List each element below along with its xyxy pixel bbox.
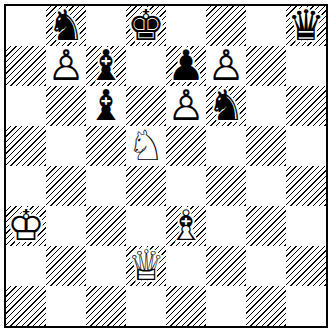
black-knight-icon: ♞ — [206, 86, 246, 126]
square-c1[interactable] — [86, 286, 126, 326]
square-f3[interactable] — [206, 206, 246, 246]
square-e7[interactable]: ♟♟ — [166, 46, 206, 86]
square-d2[interactable]: ♛♕ — [126, 246, 166, 286]
square-h1[interactable] — [286, 286, 326, 326]
square-a2[interactable] — [6, 246, 46, 286]
white-pawn-icon: ♙ — [166, 86, 206, 126]
square-h8[interactable]: ♛♛ — [286, 6, 326, 46]
black-queen-icon: ♛ — [286, 6, 326, 46]
white-pawn-f7[interactable]: ♟♙ — [206, 46, 246, 86]
square-f6[interactable]: ♞♞ — [206, 86, 246, 126]
square-g1[interactable] — [246, 286, 286, 326]
square-h3[interactable] — [286, 206, 326, 246]
square-f5[interactable] — [206, 126, 246, 166]
white-king-icon: ♔ — [6, 206, 46, 246]
square-b7[interactable]: ♟♙ — [46, 46, 86, 86]
square-h6[interactable] — [286, 86, 326, 126]
square-g3[interactable] — [246, 206, 286, 246]
chess-board: ♞♞♚♚♛♛♟♙♝♝♟♟♟♙♝♝♟♙♞♞♞♘♚♔♝♗♛♕ — [6, 6, 326, 326]
square-e2[interactable] — [166, 246, 206, 286]
white-pawn-b7[interactable]: ♟♙ — [46, 46, 86, 86]
square-a1[interactable] — [6, 286, 46, 326]
square-c8[interactable] — [86, 6, 126, 46]
square-b3[interactable] — [46, 206, 86, 246]
square-d3[interactable] — [126, 206, 166, 246]
square-a3[interactable]: ♚♔ — [6, 206, 46, 246]
square-b8[interactable]: ♞♞ — [46, 6, 86, 46]
square-h5[interactable] — [286, 126, 326, 166]
square-f4[interactable] — [206, 166, 246, 206]
square-c6[interactable]: ♝♝ — [86, 86, 126, 126]
square-a5[interactable] — [6, 126, 46, 166]
square-d8[interactable]: ♚♚ — [126, 6, 166, 46]
square-e4[interactable] — [166, 166, 206, 206]
black-knight-f6[interactable]: ♞♞ — [206, 86, 246, 126]
square-c4[interactable] — [86, 166, 126, 206]
white-queen-d2[interactable]: ♛♕ — [126, 246, 166, 286]
square-a6[interactable] — [6, 86, 46, 126]
square-c5[interactable] — [86, 126, 126, 166]
board-frame: ♞♞♚♚♛♛♟♙♝♝♟♟♟♙♝♝♟♙♞♞♞♘♚♔♝♗♛♕ — [4, 4, 328, 328]
square-a8[interactable] — [6, 6, 46, 46]
square-d1[interactable] — [126, 286, 166, 326]
square-b4[interactable] — [46, 166, 86, 206]
square-d6[interactable] — [126, 86, 166, 126]
black-knight-b8[interactable]: ♞♞ — [46, 6, 86, 46]
square-h2[interactable] — [286, 246, 326, 286]
square-d7[interactable] — [126, 46, 166, 86]
black-pawn-e7[interactable]: ♟♟ — [166, 46, 206, 86]
white-pawn-e6[interactable]: ♟♙ — [166, 86, 206, 126]
black-king-d8[interactable]: ♚♚ — [126, 6, 166, 46]
square-e8[interactable] — [166, 6, 206, 46]
black-queen-h8[interactable]: ♛♛ — [286, 6, 326, 46]
square-a4[interactable] — [6, 166, 46, 206]
black-pawn-icon: ♟ — [166, 46, 206, 86]
square-a7[interactable] — [6, 46, 46, 86]
square-b1[interactable] — [46, 286, 86, 326]
square-h7[interactable] — [286, 46, 326, 86]
white-bishop-icon: ♗ — [166, 206, 206, 246]
square-b5[interactable] — [46, 126, 86, 166]
square-h4[interactable] — [286, 166, 326, 206]
square-c7[interactable]: ♝♝ — [86, 46, 126, 86]
chess-diagram: ♞♞♚♚♛♛♟♙♝♝♟♟♟♙♝♝♟♙♞♞♞♘♚♔♝♗♛♕ — [0, 0, 332, 332]
square-c2[interactable] — [86, 246, 126, 286]
black-bishop-c7[interactable]: ♝♝ — [86, 46, 126, 86]
white-pawn-icon: ♙ — [206, 46, 246, 86]
square-b2[interactable] — [46, 246, 86, 286]
square-g7[interactable] — [246, 46, 286, 86]
white-pawn-icon: ♙ — [46, 46, 86, 86]
square-d4[interactable] — [126, 166, 166, 206]
white-queen-icon: ♕ — [126, 246, 166, 286]
square-c3[interactable] — [86, 206, 126, 246]
white-knight-d5[interactable]: ♞♘ — [126, 126, 166, 166]
square-f2[interactable] — [206, 246, 246, 286]
white-knight-icon: ♘ — [126, 126, 166, 166]
black-bishop-icon: ♝ — [86, 46, 126, 86]
square-g4[interactable] — [246, 166, 286, 206]
white-king-a3[interactable]: ♚♔ — [6, 206, 46, 246]
square-e3[interactable]: ♝♗ — [166, 206, 206, 246]
black-knight-icon: ♞ — [46, 6, 86, 46]
square-f7[interactable]: ♟♙ — [206, 46, 246, 86]
black-bishop-c6[interactable]: ♝♝ — [86, 86, 126, 126]
square-b6[interactable] — [46, 86, 86, 126]
square-f8[interactable] — [206, 6, 246, 46]
square-g8[interactable] — [246, 6, 286, 46]
square-e1[interactable] — [166, 286, 206, 326]
square-g2[interactable] — [246, 246, 286, 286]
black-king-icon: ♚ — [126, 6, 166, 46]
square-g5[interactable] — [246, 126, 286, 166]
black-bishop-icon: ♝ — [86, 86, 126, 126]
square-f1[interactable] — [206, 286, 246, 326]
square-e6[interactable]: ♟♙ — [166, 86, 206, 126]
square-e5[interactable] — [166, 126, 206, 166]
white-bishop-e3[interactable]: ♝♗ — [166, 206, 206, 246]
square-d5[interactable]: ♞♘ — [126, 126, 166, 166]
square-g6[interactable] — [246, 86, 286, 126]
